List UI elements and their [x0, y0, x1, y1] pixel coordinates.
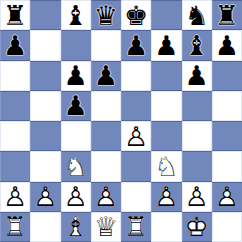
white-pawn-icon[interactable]: ♟♙	[121, 121, 151, 151]
square-c5[interactable]: ♟	[61, 91, 91, 121]
square-g8[interactable]: ♞	[182, 0, 212, 30]
square-a3[interactable]	[0, 151, 30, 181]
piece-outline-glyph: ♕	[94, 213, 118, 240]
black-bishop-icon[interactable]: ♝	[182, 30, 212, 60]
square-d7[interactable]	[91, 30, 121, 60]
square-c2[interactable]: ♟♙	[61, 182, 91, 212]
black-rook-icon[interactable]: ♜	[0, 0, 30, 30]
piece-fill-glyph: ♟	[64, 62, 88, 89]
piece-outline-glyph: ♖	[124, 213, 148, 240]
white-rook-icon[interactable]: ♜♖	[0, 212, 30, 242]
square-c1[interactable]: ♝♗	[61, 212, 91, 242]
square-e7[interactable]: ♟	[121, 30, 151, 60]
square-g6[interactable]: ♟	[182, 61, 212, 91]
square-c7[interactable]	[61, 30, 91, 60]
square-g2[interactable]: ♟♙	[182, 182, 212, 212]
square-a2[interactable]: ♟♙	[0, 182, 30, 212]
square-d5[interactable]	[91, 91, 121, 121]
piece-fill-glyph: ♟	[124, 32, 148, 59]
white-rook-icon[interactable]: ♜♖	[121, 212, 151, 242]
square-c6[interactable]: ♟	[61, 61, 91, 91]
square-f5[interactable]	[151, 91, 181, 121]
piece-fill-glyph: ♝	[185, 32, 209, 59]
piece-fill-glyph: ♛	[94, 2, 118, 29]
piece-outline-glyph: ♗	[64, 213, 88, 240]
piece-outline-glyph: ♔	[185, 213, 209, 240]
square-f6[interactable]	[151, 61, 181, 91]
square-a6[interactable]	[0, 61, 30, 91]
square-h5[interactable]	[212, 91, 242, 121]
white-pawn-icon[interactable]: ♟♙	[212, 182, 242, 212]
square-c8[interactable]: ♝	[61, 0, 91, 30]
piece-fill-glyph: ♝	[64, 2, 88, 29]
square-f7[interactable]: ♟	[151, 30, 181, 60]
white-knight-icon[interactable]: ♞♘	[61, 151, 91, 181]
black-pawn-icon[interactable]: ♟	[182, 61, 212, 91]
chess-board-container: ♜♝♛♚♞♜♟♟♟♝♟♟♟♟♟♟♙♞♘♞♘♟♙♟♙♟♙♟♙♟♙♟♙♟♙♜♖♝♗♛…	[0, 0, 242, 242]
square-g7[interactable]: ♝	[182, 30, 212, 60]
square-e6[interactable]	[121, 61, 151, 91]
black-pawn-icon[interactable]: ♟	[121, 30, 151, 60]
square-d3[interactable]	[91, 151, 121, 181]
white-king-icon[interactable]: ♚♔	[182, 212, 212, 242]
black-pawn-icon[interactable]: ♟	[61, 61, 91, 91]
white-pawn-icon[interactable]: ♟♙	[182, 182, 212, 212]
piece-outline-glyph: ♘	[64, 153, 88, 180]
black-pawn-icon[interactable]: ♟	[151, 30, 181, 60]
piece-outline-glyph: ♙	[94, 183, 118, 210]
black-knight-icon[interactable]: ♞	[182, 0, 212, 30]
piece-fill-glyph: ♚	[124, 2, 148, 29]
black-queen-icon[interactable]: ♛	[91, 0, 121, 30]
square-f8[interactable]	[151, 0, 181, 30]
square-h2[interactable]: ♟♙	[212, 182, 242, 212]
square-f4[interactable]	[151, 121, 181, 151]
white-pawn-icon[interactable]: ♟♙	[0, 182, 30, 212]
square-a4[interactable]	[0, 121, 30, 151]
square-b3[interactable]	[30, 151, 60, 181]
black-rook-icon[interactable]: ♜	[212, 0, 242, 30]
square-c3[interactable]: ♞♘	[61, 151, 91, 181]
square-d4[interactable]	[91, 121, 121, 151]
square-e3[interactable]	[121, 151, 151, 181]
square-h3[interactable]	[212, 151, 242, 181]
square-e5[interactable]	[121, 91, 151, 121]
square-b2[interactable]: ♟♙	[30, 182, 60, 212]
white-bishop-icon[interactable]: ♝♗	[61, 212, 91, 242]
square-h4[interactable]	[212, 121, 242, 151]
white-pawn-icon[interactable]: ♟♙	[151, 182, 181, 212]
square-e4[interactable]: ♟♙	[121, 121, 151, 151]
piece-fill-glyph: ♟	[154, 32, 178, 59]
piece-outline-glyph: ♙	[3, 183, 27, 210]
square-e2[interactable]	[121, 182, 151, 212]
square-h1[interactable]	[212, 212, 242, 242]
square-d6[interactable]: ♟	[91, 61, 121, 91]
square-g1[interactable]: ♚♔	[182, 212, 212, 242]
square-g4[interactable]	[182, 121, 212, 151]
piece-outline-glyph: ♙	[124, 123, 148, 150]
square-b7[interactable]	[30, 30, 60, 60]
piece-outline-glyph: ♙	[64, 183, 88, 210]
piece-outline-glyph: ♙	[215, 183, 239, 210]
black-king-icon[interactable]: ♚	[121, 0, 151, 30]
square-b5[interactable]	[30, 91, 60, 121]
square-f3[interactable]: ♞♘	[151, 151, 181, 181]
square-b6[interactable]	[30, 61, 60, 91]
square-f2[interactable]: ♟♙	[151, 182, 181, 212]
square-h8[interactable]: ♜	[212, 0, 242, 30]
piece-fill-glyph: ♟	[64, 92, 88, 119]
white-knight-icon[interactable]: ♞♘	[151, 151, 181, 181]
chess-board: ♜♝♛♚♞♜♟♟♟♝♟♟♟♟♟♟♙♞♘♞♘♟♙♟♙♟♙♟♙♟♙♟♙♟♙♜♖♝♗♛…	[0, 0, 242, 242]
piece-outline-glyph: ♙	[185, 183, 209, 210]
square-h6[interactable]	[212, 61, 242, 91]
piece-outline-glyph: ♖	[3, 213, 27, 240]
piece-fill-glyph: ♜	[3, 2, 27, 29]
square-a1[interactable]: ♜♖	[0, 212, 30, 242]
white-pawn-icon[interactable]: ♟♙	[30, 182, 60, 212]
piece-fill-glyph: ♟	[185, 62, 209, 89]
black-pawn-icon[interactable]: ♟	[61, 91, 91, 121]
piece-fill-glyph: ♟	[3, 32, 27, 59]
piece-fill-glyph: ♟	[215, 32, 239, 59]
square-a8[interactable]: ♜	[0, 0, 30, 30]
square-c4[interactable]	[61, 121, 91, 151]
square-d1[interactable]: ♛♕	[91, 212, 121, 242]
piece-fill-glyph: ♜	[215, 2, 239, 29]
piece-fill-glyph: ♟	[94, 62, 118, 89]
square-f1[interactable]	[151, 212, 181, 242]
square-b8[interactable]	[30, 0, 60, 30]
black-bishop-icon[interactable]: ♝	[61, 0, 91, 30]
piece-outline-glyph: ♘	[154, 153, 178, 180]
square-a7[interactable]: ♟	[0, 30, 30, 60]
square-d2[interactable]: ♟♙	[91, 182, 121, 212]
square-a5[interactable]	[0, 91, 30, 121]
square-g5[interactable]	[182, 91, 212, 121]
square-h7[interactable]: ♟	[212, 30, 242, 60]
black-pawn-icon[interactable]: ♟	[91, 61, 121, 91]
piece-outline-glyph: ♙	[154, 183, 178, 210]
white-pawn-icon[interactable]: ♟♙	[91, 182, 121, 212]
piece-outline-glyph: ♙	[33, 183, 57, 210]
black-pawn-icon[interactable]: ♟	[212, 30, 242, 60]
square-g3[interactable]	[182, 151, 212, 181]
piece-fill-glyph: ♞	[185, 2, 209, 29]
square-e8[interactable]: ♚	[121, 0, 151, 30]
white-queen-icon[interactable]: ♛♕	[91, 212, 121, 242]
white-pawn-icon[interactable]: ♟♙	[61, 182, 91, 212]
square-b4[interactable]	[30, 121, 60, 151]
black-pawn-icon[interactable]: ♟	[0, 30, 30, 60]
square-d8[interactable]: ♛	[91, 0, 121, 30]
square-e1[interactable]: ♜♖	[121, 212, 151, 242]
square-b1[interactable]	[30, 212, 60, 242]
